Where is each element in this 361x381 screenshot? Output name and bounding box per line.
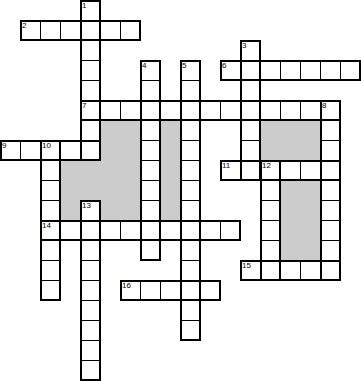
answer-cell-r5c5[interactable] — [100, 100, 121, 121]
answer-cell-r5c4[interactable] — [80, 100, 101, 121]
shaded-cell-r7c13 — [261, 141, 281, 161]
answer-cell-r3c15[interactable] — [300, 60, 321, 81]
shaded-cell-r6c14 — [281, 121, 301, 141]
answer-cell-r5c12[interactable] — [240, 100, 261, 121]
answer-cell-r4c9[interactable] — [180, 80, 201, 101]
answer-cell-r11c11[interactable] — [220, 220, 241, 241]
answer-cell-r11c10[interactable] — [200, 220, 221, 241]
answer-cell-r4c12[interactable] — [240, 80, 261, 101]
answer-cell-r2c4[interactable] — [80, 40, 101, 61]
answer-cell-r11c4[interactable] — [80, 220, 101, 241]
answer-cell-r17c4[interactable] — [80, 340, 101, 361]
answer-cell-r9c9[interactable] — [180, 180, 201, 201]
answer-cell-r9c16[interactable] — [320, 180, 341, 201]
answer-cell-r13c13[interactable] — [260, 260, 281, 281]
answer-cell-r5c15[interactable] — [300, 100, 321, 121]
answer-cell-r14c9[interactable] — [180, 280, 201, 301]
answer-cell-r13c12[interactable] — [240, 260, 261, 281]
answer-cell-r16c4[interactable] — [80, 320, 101, 341]
answer-cell-r10c9[interactable] — [180, 200, 201, 221]
shaded-cell-r8c4 — [81, 161, 101, 181]
answer-cell-r11c9[interactable] — [180, 220, 201, 241]
shaded-cell-r10c8 — [161, 201, 181, 221]
shaded-cell-r9c8 — [161, 181, 181, 201]
shaded-cell-r9c6 — [121, 181, 141, 201]
answer-cell-r5c14[interactable] — [280, 100, 301, 121]
shaded-cell-r11c14 — [281, 221, 301, 241]
shaded-cell-r7c5 — [101, 141, 121, 161]
answer-cell-r1c2[interactable] — [40, 20, 61, 41]
answer-cell-r1c1[interactable] — [20, 20, 41, 41]
answer-cell-r7c2[interactable] — [40, 140, 61, 161]
answer-cell-r11c8[interactable] — [160, 220, 181, 241]
answer-cell-r11c6[interactable] — [120, 220, 141, 241]
answer-cell-r8c12[interactable] — [240, 160, 261, 181]
answer-cell-r5c16[interactable] — [320, 100, 341, 121]
answer-cell-r9c2[interactable] — [40, 180, 61, 201]
answer-cell-r13c9[interactable] — [180, 260, 201, 281]
answer-cell-r14c7[interactable] — [140, 280, 161, 301]
answer-cell-r8c13[interactable] — [260, 160, 281, 181]
shaded-cell-r8c5 — [101, 161, 121, 181]
answer-cell-r14c2[interactable] — [40, 280, 61, 301]
answer-cell-r8c14[interactable] — [280, 160, 301, 181]
answer-cell-r11c13[interactable] — [260, 220, 281, 241]
shaded-cell-r7c15 — [301, 141, 321, 161]
answer-cell-r8c2[interactable] — [40, 160, 61, 181]
answer-cell-r10c13[interactable] — [260, 200, 281, 221]
answer-cell-r13c4[interactable] — [80, 260, 101, 281]
shaded-cell-r10c5 — [101, 201, 121, 221]
answer-cell-r6c9[interactable] — [180, 120, 201, 141]
answer-cell-r3c12[interactable] — [240, 60, 261, 81]
answer-cell-r11c3[interactable] — [60, 220, 81, 241]
shaded-cell-r6c8 — [161, 121, 181, 141]
answer-cell-r5c6[interactable] — [120, 100, 141, 121]
shaded-cell-r7c6 — [121, 141, 141, 161]
answer-cell-r7c12[interactable] — [240, 140, 261, 161]
answer-cell-r3c14[interactable] — [280, 60, 301, 81]
shaded-cell-r9c4 — [81, 181, 101, 201]
answer-cell-r12c4[interactable] — [80, 240, 101, 261]
answer-cell-r11c7[interactable] — [140, 220, 161, 241]
answer-cell-r7c7[interactable] — [140, 140, 161, 161]
answer-cell-r9c13[interactable] — [260, 180, 281, 201]
answer-cell-r2c12[interactable] — [240, 40, 261, 61]
answer-cell-r8c9[interactable] — [180, 160, 201, 181]
shaded-cell-r9c15 — [301, 181, 321, 201]
answer-cell-r1c6[interactable] — [120, 20, 141, 41]
answer-cell-r11c16[interactable] — [320, 220, 341, 241]
answer-cell-r5c13[interactable] — [260, 100, 281, 121]
answer-cell-r7c4[interactable] — [80, 140, 101, 161]
shaded-cell-r12c14 — [281, 241, 301, 261]
answer-cell-r7c16[interactable] — [320, 140, 341, 161]
answer-cell-r12c2[interactable] — [40, 240, 61, 261]
answer-cell-r5c7[interactable] — [140, 100, 161, 121]
answer-cell-r4c7[interactable] — [140, 80, 161, 101]
answer-cell-r13c16[interactable] — [320, 260, 341, 281]
crossword-board: 12345678910111213141516 — [0, 0, 361, 381]
answer-cell-r5c9[interactable] — [180, 100, 201, 121]
shaded-cell-r10c3 — [61, 201, 81, 221]
shaded-cell-r10c14 — [281, 201, 301, 221]
answer-cell-r18c4[interactable] — [80, 360, 101, 381]
answer-cell-r16c9[interactable] — [180, 320, 201, 341]
answer-cell-r6c16[interactable] — [320, 120, 341, 141]
answer-cell-r14c4[interactable] — [80, 280, 101, 301]
shaded-cell-r8c3 — [61, 161, 81, 181]
shaded-cell-r6c15 — [301, 121, 321, 141]
answer-cell-r13c15[interactable] — [300, 260, 321, 281]
answer-cell-r8c15[interactable] — [300, 160, 321, 181]
answer-cell-r12c9[interactable] — [180, 240, 201, 261]
answer-cell-r0c4[interactable] — [80, 0, 101, 21]
answer-cell-r14c8[interactable] — [160, 280, 181, 301]
answer-cell-r3c4[interactable] — [80, 60, 101, 81]
answer-cell-r8c16[interactable] — [320, 160, 341, 181]
answer-cell-r1c3[interactable] — [60, 20, 81, 41]
answer-cell-r10c2[interactable] — [40, 200, 61, 221]
shaded-cell-r10c15 — [301, 201, 321, 221]
answer-cell-r15c9[interactable] — [180, 300, 201, 321]
answer-cell-r1c5[interactable] — [100, 20, 121, 41]
shaded-cell-r12c15 — [301, 241, 321, 261]
shaded-cell-r9c14 — [281, 181, 301, 201]
answer-cell-r10c7[interactable] — [140, 200, 161, 221]
answer-cell-r10c16[interactable] — [320, 200, 341, 221]
answer-cell-r4c4[interactable] — [80, 80, 101, 101]
shaded-cell-r7c8 — [161, 141, 181, 161]
shaded-cell-r6c6 — [121, 121, 141, 141]
answer-cell-r1c4[interactable] — [80, 20, 101, 41]
answer-cell-r3c13[interactable] — [260, 60, 281, 81]
answer-cell-r3c9[interactable] — [180, 60, 201, 81]
answer-cell-r3c11[interactable] — [220, 60, 241, 81]
answer-cell-r13c14[interactable] — [280, 260, 301, 281]
answer-cell-r10c4[interactable] — [80, 200, 101, 221]
answer-cell-r6c12[interactable] — [240, 120, 261, 141]
answer-cell-r11c2[interactable] — [40, 220, 61, 241]
answer-cell-r14c10[interactable] — [200, 280, 221, 301]
answer-cell-r9c7[interactable] — [140, 180, 161, 201]
answer-cell-r5c10[interactable] — [200, 100, 221, 121]
answer-cell-r6c4[interactable] — [80, 120, 101, 141]
answer-cell-r14c6[interactable] — [120, 280, 141, 301]
answer-cell-r12c7[interactable] — [140, 240, 161, 261]
shaded-cell-r10c6 — [121, 201, 141, 221]
shaded-cell-r8c6 — [121, 161, 141, 181]
answer-cell-r7c9[interactable] — [180, 140, 201, 161]
answer-cell-r7c1[interactable] — [20, 140, 41, 161]
shaded-cell-r9c3 — [61, 181, 81, 201]
answer-cell-r3c16[interactable] — [320, 60, 341, 81]
answer-cell-r7c0[interactable] — [0, 140, 21, 161]
shaded-cell-r6c5 — [101, 121, 121, 141]
answer-cell-r8c7[interactable] — [140, 160, 161, 181]
shaded-cell-r6c13 — [261, 121, 281, 141]
answer-cell-r3c17[interactable] — [340, 60, 361, 81]
answer-cell-r8c11[interactable] — [220, 160, 241, 181]
answer-cell-r13c2[interactable] — [40, 260, 61, 281]
shaded-cell-r7c14 — [281, 141, 301, 161]
answer-cell-r5c11[interactable] — [220, 100, 241, 121]
answer-cell-r7c3[interactable] — [60, 140, 81, 161]
answer-cell-r11c5[interactable] — [100, 220, 121, 241]
shaded-cell-r9c5 — [101, 181, 121, 201]
answer-cell-r12c16[interactable] — [320, 240, 341, 261]
shaded-cell-r8c8 — [161, 161, 181, 181]
answer-cell-r3c7[interactable] — [140, 60, 161, 81]
answer-cell-r5c8[interactable] — [160, 100, 181, 121]
shaded-cell-r11c15 — [301, 221, 321, 241]
answer-cell-r15c4[interactable] — [80, 300, 101, 321]
answer-cell-r6c7[interactable] — [140, 120, 161, 141]
answer-cell-r12c13[interactable] — [260, 240, 281, 261]
